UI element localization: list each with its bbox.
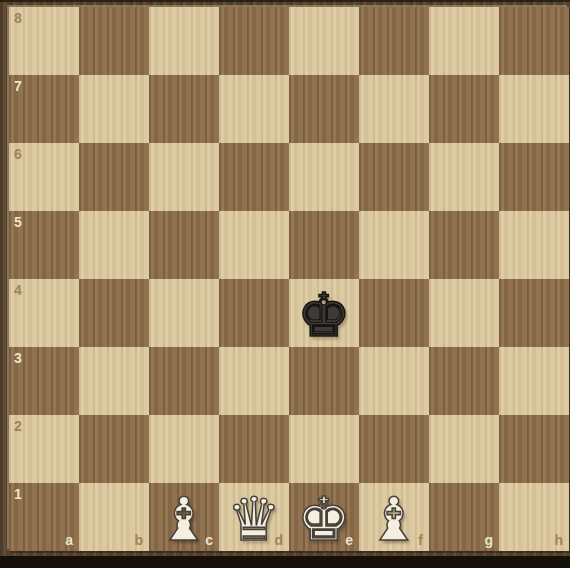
rank-label-6: 6: [14, 147, 22, 161]
board-squares: 87654♚321abc♝d♛e♚f♝gh: [9, 7, 569, 551]
square-d4[interactable]: [219, 279, 289, 347]
square-a5[interactable]: 5: [9, 211, 79, 279]
square-e4[interactable]: ♚: [289, 279, 359, 347]
square-e8[interactable]: [289, 7, 359, 75]
square-b5[interactable]: [79, 211, 149, 279]
square-g4[interactable]: [429, 279, 499, 347]
square-d2[interactable]: [219, 415, 289, 483]
square-g3[interactable]: [429, 347, 499, 415]
board-frame-top-edge: [0, 0, 570, 2]
square-h7[interactable]: [499, 75, 569, 143]
square-e1[interactable]: e♚: [289, 483, 359, 551]
square-b8[interactable]: [79, 7, 149, 75]
square-c1[interactable]: c♝: [149, 483, 219, 551]
rank-label-4: 4: [14, 283, 22, 297]
square-b1[interactable]: b: [79, 483, 149, 551]
square-b6[interactable]: [79, 143, 149, 211]
square-d3[interactable]: [219, 347, 289, 415]
square-f4[interactable]: [359, 279, 429, 347]
square-f3[interactable]: [359, 347, 429, 415]
square-d8[interactable]: [219, 7, 289, 75]
square-h6[interactable]: [499, 143, 569, 211]
square-b3[interactable]: [79, 347, 149, 415]
white-bishop-c1[interactable]: ♝: [149, 485, 219, 553]
square-e7[interactable]: [289, 75, 359, 143]
rank-label-7: 7: [14, 79, 22, 93]
square-d6[interactable]: [219, 143, 289, 211]
square-g2[interactable]: [429, 415, 499, 483]
file-label-h: h: [554, 533, 563, 547]
black-king-e4[interactable]: ♚: [289, 281, 359, 349]
square-e6[interactable]: [289, 143, 359, 211]
square-d1[interactable]: d♛: [219, 483, 289, 551]
square-h8[interactable]: [499, 7, 569, 75]
square-h1[interactable]: h: [499, 483, 569, 551]
rank-label-3: 3: [14, 351, 22, 365]
file-label-g: g: [484, 533, 493, 547]
square-b4[interactable]: [79, 279, 149, 347]
square-f5[interactable]: [359, 211, 429, 279]
square-a4[interactable]: 4: [9, 279, 79, 347]
square-h5[interactable]: [499, 211, 569, 279]
square-a3[interactable]: 3: [9, 347, 79, 415]
square-g7[interactable]: [429, 75, 499, 143]
square-g5[interactable]: [429, 211, 499, 279]
square-c3[interactable]: [149, 347, 219, 415]
square-h2[interactable]: [499, 415, 569, 483]
rank-label-2: 2: [14, 419, 22, 433]
square-c5[interactable]: [149, 211, 219, 279]
square-e5[interactable]: [289, 211, 359, 279]
square-c8[interactable]: [149, 7, 219, 75]
square-a7[interactable]: 7: [9, 75, 79, 143]
board-frame-bottom-strip: [0, 556, 570, 568]
white-bishop-f1[interactable]: ♝: [359, 485, 429, 553]
rank-label-8: 8: [14, 11, 22, 25]
square-g6[interactable]: [429, 143, 499, 211]
square-h3[interactable]: [499, 347, 569, 415]
square-d5[interactable]: [219, 211, 289, 279]
square-b2[interactable]: [79, 415, 149, 483]
rank-label-5: 5: [14, 215, 22, 229]
square-f1[interactable]: f♝: [359, 483, 429, 551]
square-g1[interactable]: g: [429, 483, 499, 551]
rank-label-1: 1: [14, 487, 22, 501]
square-a8[interactable]: 8: [9, 7, 79, 75]
square-d7[interactable]: [219, 75, 289, 143]
square-a6[interactable]: 6: [9, 143, 79, 211]
square-f2[interactable]: [359, 415, 429, 483]
white-king-e1[interactable]: ♚: [289, 485, 359, 553]
file-label-a: a: [65, 533, 73, 547]
square-f7[interactable]: [359, 75, 429, 143]
square-g8[interactable]: [429, 7, 499, 75]
square-c2[interactable]: [149, 415, 219, 483]
file-label-b: b: [134, 533, 143, 547]
square-c4[interactable]: [149, 279, 219, 347]
white-queen-d1[interactable]: ♛: [219, 485, 289, 553]
square-a2[interactable]: 2: [9, 415, 79, 483]
square-e2[interactable]: [289, 415, 359, 483]
square-c6[interactable]: [149, 143, 219, 211]
square-e3[interactable]: [289, 347, 359, 415]
square-c7[interactable]: [149, 75, 219, 143]
square-a1[interactable]: 1a: [9, 483, 79, 551]
square-h4[interactable]: [499, 279, 569, 347]
square-f6[interactable]: [359, 143, 429, 211]
chessboard: 87654♚321abc♝d♛e♚f♝gh: [0, 0, 570, 568]
square-f8[interactable]: [359, 7, 429, 75]
square-b7[interactable]: [79, 75, 149, 143]
